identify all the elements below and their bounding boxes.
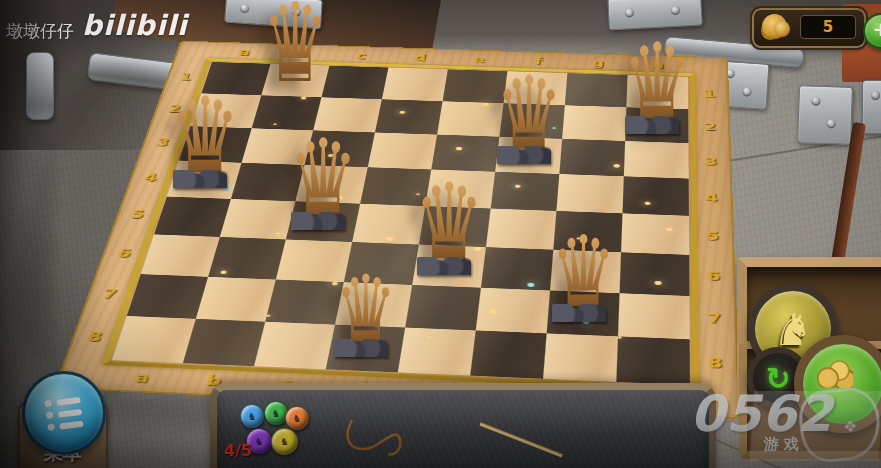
rank-label-right-8: 8: [699, 352, 731, 373]
queen-icon: ♛: [551, 222, 617, 330]
square-h4[interactable]: [622, 176, 688, 216]
queen-icon: ♛: [262, 0, 329, 98]
queen-h2[interactable]: ♛: [602, 28, 712, 144]
square-b8[interactable]: [183, 319, 265, 366]
rank-label-right-7: 7: [699, 308, 730, 328]
queen-f3[interactable]: ♛: [474, 61, 584, 173]
gem-token-0: ♞: [240, 404, 264, 428]
rank-label-right-3: 3: [697, 153, 725, 169]
gem-token-4: ♞: [271, 428, 298, 455]
queen-c5[interactable]: ♛: [268, 124, 378, 240]
progress-counter: 4/5: [224, 441, 252, 460]
queen-icon: ♛: [495, 61, 563, 173]
queen-icon: ♛: [622, 28, 693, 144]
rank-label-left-7: 7: [92, 284, 128, 303]
rank-label-left-5: 5: [121, 206, 155, 223]
queen-icon: ♛: [288, 124, 359, 240]
bilibili-logo: bilibili: [82, 9, 188, 42]
file-label-bottom-a: a: [124, 367, 161, 388]
rank-label-right-4: 4: [697, 189, 726, 206]
rank-label-left-6: 6: [107, 244, 142, 262]
square-h8[interactable]: [616, 336, 690, 385]
rank-label-right-6: 6: [698, 267, 728, 286]
queen-icon: ♛: [414, 168, 485, 284]
square-g8[interactable]: [543, 333, 618, 381]
square-f8[interactable]: [470, 330, 546, 378]
queen-a4[interactable]: ♛: [150, 82, 260, 198]
square-d2[interactable]: [375, 99, 443, 134]
coins-icon: [817, 358, 853, 388]
square-b6[interactable]: [208, 237, 286, 280]
coin-count: 5: [800, 15, 856, 39]
queen-g7[interactable]: ♛: [529, 222, 639, 330]
square-a7[interactable]: [127, 274, 208, 319]
rank-label-left-8: 8: [77, 327, 114, 347]
square-a6[interactable]: [141, 234, 220, 276]
queen-d8[interactable]: ♛: [311, 262, 421, 364]
menu-button[interactable]: [22, 371, 106, 455]
gem-token-2: ♞: [285, 406, 309, 430]
rank-label-right-5: 5: [698, 227, 728, 245]
queen-icon: ♛: [335, 262, 397, 364]
uploader-watermark: 墩墩仔仔 bilibili: [6, 8, 188, 43]
metal-post: [26, 52, 54, 120]
game-scene: aa11bb22cc33dd44ee55ff66gg77hh88 ♛♛♛♛♛♛♛…: [0, 0, 881, 468]
file-label-top-c: c: [347, 49, 375, 63]
file-label-top-d: d: [406, 51, 434, 65]
tray-sticks: [330, 410, 590, 468]
reset-arrow-icon: ↻: [765, 361, 790, 396]
square-a8[interactable]: [112, 316, 196, 363]
uploader-name: 墩墩仔仔: [6, 20, 74, 43]
square-b7[interactable]: [196, 277, 276, 322]
queen-icon: ♛: [169, 82, 240, 198]
coin-reward-button[interactable]: [794, 335, 881, 433]
metal-bracket: [797, 85, 853, 145]
square-d1[interactable]: [382, 68, 448, 102]
coin-panel: 5: [752, 8, 866, 48]
gem-token-1: ♞: [264, 401, 288, 425]
menu-list-icon: [44, 395, 84, 430]
square-g4[interactable]: [556, 174, 623, 213]
coin-icon: [774, 21, 790, 37]
